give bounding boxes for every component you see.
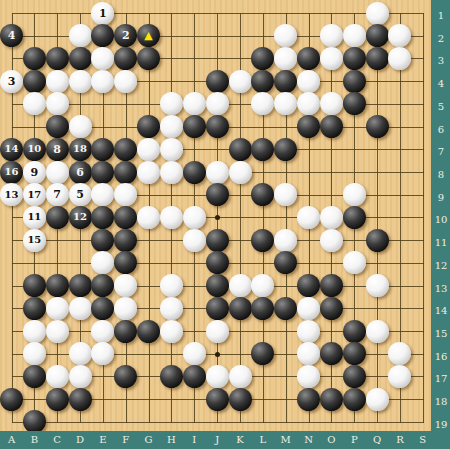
column-label-A: A (8, 435, 15, 445)
stone-white-P12[interactable] (343, 251, 366, 274)
move-number-17: 17 (27, 190, 41, 200)
stone-black-N3[interactable] (297, 47, 320, 70)
stone-black-O13[interactable] (320, 274, 343, 297)
stone-white-I5[interactable] (183, 92, 206, 115)
stone-black-C6[interactable] (46, 115, 69, 138)
stone-white-H6[interactable] (160, 115, 183, 138)
stone-white-I10[interactable] (183, 206, 206, 229)
move-number-1: 1 (99, 8, 107, 19)
stone-white-E4[interactable] (91, 70, 114, 93)
stone-black-B14[interactable] (23, 297, 46, 320)
stone-white-A9[interactable]: 13 (0, 183, 23, 206)
row-label-11: 11 (435, 238, 448, 248)
stone-black-B4[interactable] (23, 70, 46, 93)
stone-black-M12[interactable] (274, 251, 297, 274)
stone-white-H7[interactable] (160, 138, 183, 161)
stone-white-K13[interactable] (229, 274, 252, 297)
stone-black-J4[interactable] (206, 70, 229, 93)
move-number-3: 3 (8, 76, 16, 87)
stone-black-P17[interactable] (343, 365, 366, 388)
stone-white-H14[interactable] (160, 297, 183, 320)
stone-white-N14[interactable] (297, 297, 320, 320)
stone-white-E12[interactable] (91, 251, 114, 274)
move-number-4: 4 (8, 30, 16, 41)
row-label-17: 17 (435, 374, 448, 384)
stone-black-D13[interactable] (69, 274, 92, 297)
stone-white-R16[interactable] (388, 342, 411, 365)
column-label-G: G (145, 435, 153, 445)
stone-black-E2[interactable] (91, 24, 114, 47)
column-label-F: F (122, 435, 129, 445)
stone-white-E9[interactable] (91, 183, 114, 206)
stone-black-D10[interactable]: 12 (69, 206, 92, 229)
stone-white-O11[interactable] (320, 229, 343, 252)
row-label-14: 14 (435, 306, 448, 316)
stone-black-C13[interactable] (46, 274, 69, 297)
stone-white-B5[interactable] (23, 92, 46, 115)
stone-white-O2[interactable] (320, 24, 343, 47)
stone-black-P10[interactable] (343, 206, 366, 229)
move-number-11: 11 (27, 212, 41, 222)
stone-white-C9[interactable]: 7 (46, 183, 69, 206)
go-app-window: 142▲314108181696131775111215 ABCDEFGHIJK… (0, 0, 450, 449)
stone-black-M14[interactable] (274, 297, 297, 320)
stone-black-L14[interactable] (251, 297, 274, 320)
stone-white-E15[interactable] (91, 320, 114, 343)
stone-white-O5[interactable] (320, 92, 343, 115)
stone-white-C15[interactable] (46, 320, 69, 343)
stone-white-E1[interactable]: 1 (91, 2, 114, 25)
stone-black-D7[interactable]: 18 (69, 138, 92, 161)
row-label-3: 3 (438, 56, 444, 66)
stone-white-D4[interactable] (69, 70, 92, 93)
stone-white-H15[interactable] (160, 320, 183, 343)
stone-white-J17[interactable] (206, 365, 229, 388)
stone-white-Q18[interactable] (366, 388, 389, 411)
stone-black-F2[interactable]: 2 (114, 24, 137, 47)
stone-black-P5[interactable] (343, 92, 366, 115)
column-label-S: S (419, 435, 426, 445)
stone-black-F11[interactable] (114, 229, 137, 252)
stone-black-G3[interactable] (137, 47, 160, 70)
move-number-7: 7 (53, 189, 61, 200)
stone-black-K14[interactable] (229, 297, 252, 320)
stone-black-A7[interactable]: 14 (0, 138, 23, 161)
stone-black-P18[interactable] (343, 388, 366, 411)
stone-black-G2[interactable]: ▲ (137, 24, 160, 47)
stone-white-H5[interactable] (160, 92, 183, 115)
stone-white-L13[interactable] (251, 274, 274, 297)
row-label-2: 2 (438, 34, 444, 44)
stone-white-H10[interactable] (160, 206, 183, 229)
column-label-R: R (396, 435, 404, 445)
stone-black-Q11[interactable] (366, 229, 389, 252)
row-label-5: 5 (438, 102, 444, 112)
column-label-C: C (53, 435, 61, 445)
stone-black-F8[interactable] (114, 161, 137, 184)
move-number-9: 9 (31, 167, 39, 178)
stone-black-H17[interactable] (160, 365, 183, 388)
move-number-6: 6 (76, 167, 84, 178)
stone-black-L7[interactable] (251, 138, 274, 161)
grid-line-vertical-S (423, 13, 424, 423)
stone-white-D2[interactable] (69, 24, 92, 47)
stone-black-M7[interactable] (274, 138, 297, 161)
row-label-10: 10 (435, 215, 448, 225)
stone-white-D14[interactable] (69, 297, 92, 320)
stone-black-F7[interactable] (114, 138, 137, 161)
stone-white-N16[interactable] (297, 342, 320, 365)
stone-black-O16[interactable] (320, 342, 343, 365)
stone-white-O3[interactable] (320, 47, 343, 70)
stone-white-B8[interactable]: 9 (23, 161, 46, 184)
row-label-15: 15 (435, 329, 448, 339)
stone-black-F3[interactable] (114, 47, 137, 70)
column-label-K: K (236, 435, 243, 445)
stone-white-N5[interactable] (297, 92, 320, 115)
stone-black-E11[interactable] (91, 229, 114, 252)
column-label-E: E (99, 435, 106, 445)
stone-white-J8[interactable] (206, 161, 229, 184)
stone-black-J18[interactable] (206, 388, 229, 411)
stone-white-Q1[interactable] (366, 2, 389, 25)
stone-white-G8[interactable] (137, 161, 160, 184)
stone-black-O6[interactable] (320, 115, 343, 138)
stone-white-C17[interactable] (46, 365, 69, 388)
move-number-5: 5 (76, 189, 84, 200)
stone-white-N4[interactable] (297, 70, 320, 93)
stone-white-B10[interactable]: 11 (23, 206, 46, 229)
stone-black-B19[interactable] (23, 410, 46, 433)
stone-white-C14[interactable] (46, 297, 69, 320)
stone-black-O14[interactable] (320, 297, 343, 320)
column-label-H: H (167, 435, 176, 445)
stone-white-R17[interactable] (388, 365, 411, 388)
stone-black-L11[interactable] (251, 229, 274, 252)
stone-black-N18[interactable] (297, 388, 320, 411)
column-label-O: O (327, 435, 335, 445)
stone-white-B9[interactable]: 17 (23, 183, 46, 206)
stone-black-E14[interactable] (91, 297, 114, 320)
move-number-15: 15 (27, 235, 41, 245)
stone-black-B13[interactable] (23, 274, 46, 297)
stone-white-L5[interactable] (251, 92, 274, 115)
grid-line-vertical-Q (377, 13, 378, 423)
stone-black-D18[interactable] (69, 388, 92, 411)
stone-black-J6[interactable] (206, 115, 229, 138)
stone-black-E13[interactable] (91, 274, 114, 297)
stone-black-J14[interactable] (206, 297, 229, 320)
star-point-J16 (215, 352, 220, 357)
stone-black-L9[interactable] (251, 183, 274, 206)
stone-black-J12[interactable] (206, 251, 229, 274)
stone-black-I17[interactable] (183, 365, 206, 388)
row-label-7: 7 (438, 147, 444, 157)
column-label-D: D (76, 435, 84, 445)
stone-white-A4[interactable]: 3 (0, 70, 23, 93)
stone-black-N6[interactable] (297, 115, 320, 138)
right-coordinate-bar: 12345678910111213141516171819 (431, 0, 450, 449)
move-number-18: 18 (73, 144, 87, 154)
stone-white-N10[interactable] (297, 206, 320, 229)
row-label-12: 12 (435, 261, 448, 271)
stone-black-D3[interactable] (69, 47, 92, 70)
stone-black-F10[interactable] (114, 206, 137, 229)
column-label-Q: Q (373, 435, 381, 445)
stone-white-H8[interactable] (160, 161, 183, 184)
stone-white-E3[interactable] (91, 47, 114, 70)
stone-white-Q15[interactable] (366, 320, 389, 343)
stone-black-A2[interactable]: 4 (0, 24, 23, 47)
stone-black-L3[interactable] (251, 47, 274, 70)
stone-white-B15[interactable] (23, 320, 46, 343)
stone-black-G6[interactable] (137, 115, 160, 138)
stone-white-D16[interactable] (69, 342, 92, 365)
stone-black-I6[interactable] (183, 115, 206, 138)
triangle-marker-G2: ▲ (137, 24, 160, 47)
grid-line-horizontal-19 (12, 422, 424, 423)
stone-white-R3[interactable] (388, 47, 411, 70)
stone-black-E7[interactable] (91, 138, 114, 161)
stone-white-G7[interactable] (137, 138, 160, 161)
stone-black-D8[interactable]: 6 (69, 161, 92, 184)
stone-white-M5[interactable] (274, 92, 297, 115)
stone-black-L16[interactable] (251, 342, 274, 365)
stone-black-I8[interactable] (183, 161, 206, 184)
move-number-16: 16 (5, 167, 19, 177)
stone-white-D6[interactable] (69, 115, 92, 138)
go-board[interactable]: 142▲314108181696131775111215 (0, 0, 431, 431)
stone-white-F14[interactable] (114, 297, 137, 320)
stone-white-M9[interactable] (274, 183, 297, 206)
stone-black-K18[interactable] (229, 388, 252, 411)
stone-white-N17[interactable] (297, 365, 320, 388)
star-point-J10 (215, 215, 220, 220)
stone-white-J15[interactable] (206, 320, 229, 343)
stone-white-E16[interactable] (91, 342, 114, 365)
stone-white-C4[interactable] (46, 70, 69, 93)
stone-black-F17[interactable] (114, 365, 137, 388)
stone-white-Q13[interactable] (366, 274, 389, 297)
column-label-M: M (281, 435, 291, 445)
stone-white-I11[interactable] (183, 229, 206, 252)
stone-black-F15[interactable] (114, 320, 137, 343)
stone-black-Q3[interactable] (366, 47, 389, 70)
stone-white-G10[interactable] (137, 206, 160, 229)
column-label-J: J (215, 435, 219, 445)
stone-white-K17[interactable] (229, 365, 252, 388)
stone-black-C7[interactable]: 8 (46, 138, 69, 161)
stone-white-I16[interactable] (183, 342, 206, 365)
stone-black-P3[interactable] (343, 47, 366, 70)
stone-black-B17[interactable] (23, 365, 46, 388)
row-label-4: 4 (438, 79, 444, 89)
stone-black-A18[interactable] (0, 388, 23, 411)
stone-white-P9[interactable] (343, 183, 366, 206)
stone-black-Q6[interactable] (366, 115, 389, 138)
move-number-10: 10 (27, 144, 41, 154)
column-label-N: N (304, 435, 313, 445)
row-label-18: 18 (435, 397, 448, 407)
stone-white-M3[interactable] (274, 47, 297, 70)
move-number-8: 8 (53, 144, 61, 155)
stone-black-N13[interactable] (297, 274, 320, 297)
stone-white-M11[interactable] (274, 229, 297, 252)
stone-white-D9[interactable]: 5 (69, 183, 92, 206)
column-label-L: L (260, 435, 267, 445)
column-label-I: I (192, 435, 196, 445)
stone-black-B3[interactable] (23, 47, 46, 70)
row-label-19: 19 (435, 420, 448, 430)
stone-black-E8[interactable] (91, 161, 114, 184)
stone-black-P16[interactable] (343, 342, 366, 365)
stone-black-K7[interactable] (229, 138, 252, 161)
stone-white-K8[interactable] (229, 161, 252, 184)
stone-black-C10[interactable] (46, 206, 69, 229)
stone-white-N15[interactable] (297, 320, 320, 343)
stone-white-C5[interactable] (46, 92, 69, 115)
stone-black-P15[interactable] (343, 320, 366, 343)
stone-black-J13[interactable] (206, 274, 229, 297)
stone-black-C3[interactable] (46, 47, 69, 70)
stone-black-L4[interactable] (251, 70, 274, 93)
stone-black-C18[interactable] (46, 388, 69, 411)
row-label-9: 9 (438, 193, 444, 203)
stone-black-E10[interactable] (91, 206, 114, 229)
stone-black-F12[interactable] (114, 251, 137, 274)
stone-white-J5[interactable] (206, 92, 229, 115)
stone-white-K4[interactable] (229, 70, 252, 93)
stone-white-R2[interactable] (388, 24, 411, 47)
column-label-B: B (31, 435, 38, 445)
stone-white-P2[interactable] (343, 24, 366, 47)
stone-black-G15[interactable] (137, 320, 160, 343)
row-label-1: 1 (438, 11, 444, 21)
bottom-coordinate-bar: ABCDEFGHIJKLMNOPQRS (0, 431, 450, 449)
stone-black-M4[interactable] (274, 70, 297, 93)
stone-black-B7[interactable]: 10 (23, 138, 46, 161)
stone-black-P4[interactable] (343, 70, 366, 93)
row-label-6: 6 (438, 125, 444, 135)
stone-black-J9[interactable] (206, 183, 229, 206)
stone-white-F4[interactable] (114, 70, 137, 93)
stone-white-D17[interactable] (69, 365, 92, 388)
stone-white-F13[interactable] (114, 274, 137, 297)
column-label-P: P (351, 435, 358, 445)
move-number-13: 13 (5, 190, 19, 200)
stone-white-H13[interactable] (160, 274, 183, 297)
stone-black-Q2[interactable] (366, 24, 389, 47)
stone-white-F9[interactable] (114, 183, 137, 206)
row-label-13: 13 (435, 284, 448, 294)
move-number-14: 14 (5, 144, 19, 154)
row-label-16: 16 (435, 352, 448, 362)
stone-white-O10[interactable] (320, 206, 343, 229)
stone-black-A8[interactable]: 16 (0, 161, 23, 184)
stone-black-O18[interactable] (320, 388, 343, 411)
stone-white-M2[interactable] (274, 24, 297, 47)
move-number-12: 12 (73, 212, 87, 222)
stone-white-B11[interactable]: 15 (23, 229, 46, 252)
stone-white-C8[interactable] (46, 161, 69, 184)
stone-white-B16[interactable] (23, 342, 46, 365)
row-label-8: 8 (438, 170, 444, 180)
move-number-2: 2 (122, 30, 130, 41)
stone-black-J11[interactable] (206, 229, 229, 252)
